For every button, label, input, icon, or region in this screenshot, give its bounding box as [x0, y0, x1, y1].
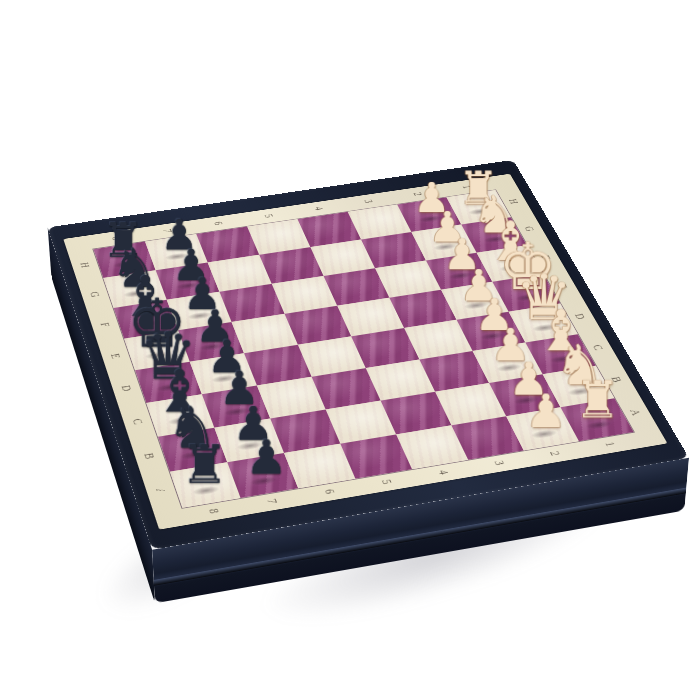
white-pawn[interactable]: ♟ [510, 388, 581, 434]
chess-box: 87654321 87654321 HGFEDCBA HGFEDCBA ♜♟♟♜… [48, 160, 689, 550]
black-rook[interactable]: ♜ [168, 439, 241, 492]
scene: 87654321 87654321 HGFEDCBA HGFEDCBA ♜♟♟♜… [0, 0, 700, 700]
